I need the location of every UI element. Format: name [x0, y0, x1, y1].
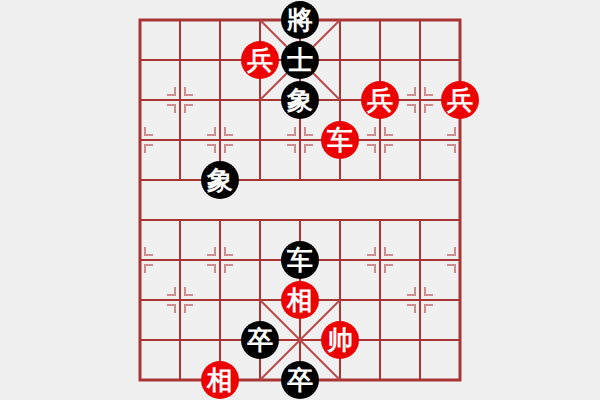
piece-red-soldier-3[interactable]: 兵 [441, 81, 479, 119]
piece-black-general[interactable]: 將 [281, 1, 319, 39]
piece-red-soldier-1[interactable]: 兵 [241, 41, 279, 79]
piece-red-general[interactable]: 帅 [321, 321, 359, 359]
piece-black-elephant-1[interactable]: 象 [281, 81, 319, 119]
xiangqi-board[interactable]: 將兵士象兵兵车象车相卒帅相卒 [120, 0, 480, 400]
piece-black-elephant-2[interactable]: 象 [201, 161, 239, 199]
piece-black-soldier-1[interactable]: 卒 [241, 321, 279, 359]
piece-red-soldier-2[interactable]: 兵 [361, 81, 399, 119]
piece-red-elephant-2[interactable]: 相 [201, 361, 239, 399]
piece-black-chariot[interactable]: 车 [281, 241, 319, 279]
piece-black-soldier-2[interactable]: 卒 [281, 361, 319, 399]
piece-black-advisor[interactable]: 士 [281, 41, 319, 79]
piece-red-chariot[interactable]: 车 [321, 121, 359, 159]
piece-red-elephant-1[interactable]: 相 [281, 281, 319, 319]
xiangqi-screen: 將兵士象兵兵车象车相卒帅相卒 [0, 0, 600, 400]
